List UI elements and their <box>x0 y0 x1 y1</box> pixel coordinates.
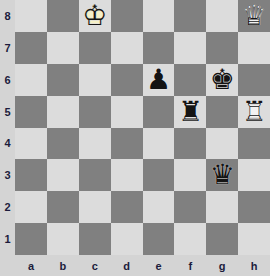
square-d1[interactable] <box>111 223 143 255</box>
square-g1[interactable] <box>206 223 238 255</box>
square-b5[interactable] <box>47 96 79 128</box>
square-e2[interactable] <box>143 191 175 223</box>
square-a3[interactable] <box>15 159 47 191</box>
file-label-e: e <box>143 255 175 276</box>
square-h5[interactable]: ♜♖ <box>238 96 270 128</box>
square-h6[interactable] <box>238 64 270 96</box>
black-king-glyph: ♚ <box>210 66 235 94</box>
rank-label-1: 1 <box>0 223 15 255</box>
square-c8[interactable]: ♚♔ <box>79 0 111 32</box>
square-f2[interactable] <box>174 191 206 223</box>
square-f8[interactable] <box>174 0 206 32</box>
chess-diagram: 87654321 ♚♔♛♕♟♚♜♜♖♛ abcdefgh <box>0 0 270 276</box>
square-e1[interactable] <box>143 223 175 255</box>
square-h8[interactable]: ♛♕ <box>238 0 270 32</box>
square-c4[interactable] <box>79 128 111 160</box>
piece-white-rook-h5[interactable]: ♜♖ <box>238 96 270 128</box>
square-g6[interactable]: ♚ <box>206 64 238 96</box>
square-c2[interactable] <box>79 191 111 223</box>
square-d6[interactable] <box>111 64 143 96</box>
square-f4[interactable] <box>174 128 206 160</box>
square-f6[interactable] <box>174 64 206 96</box>
piece-white-queen-h8[interactable]: ♛♕ <box>238 0 270 32</box>
square-g3[interactable]: ♛ <box>206 159 238 191</box>
square-c7[interactable] <box>79 32 111 64</box>
rank-label-7: 7 <box>0 32 15 64</box>
square-a2[interactable] <box>15 191 47 223</box>
square-h7[interactable] <box>238 32 270 64</box>
square-g5[interactable] <box>206 96 238 128</box>
square-h2[interactable] <box>238 191 270 223</box>
square-e4[interactable] <box>143 128 175 160</box>
rank-label-5: 5 <box>0 96 15 128</box>
rank-label-3: 3 <box>0 159 15 191</box>
square-f7[interactable] <box>174 32 206 64</box>
file-labels: abcdefgh <box>15 255 270 276</box>
square-b6[interactable] <box>47 64 79 96</box>
square-e3[interactable] <box>143 159 175 191</box>
file-label-c: c <box>79 255 111 276</box>
square-d2[interactable] <box>111 191 143 223</box>
square-d3[interactable] <box>111 159 143 191</box>
file-label-g: g <box>206 255 238 276</box>
square-b7[interactable] <box>47 32 79 64</box>
black-rook-glyph: ♜ <box>178 98 203 126</box>
square-d5[interactable] <box>111 96 143 128</box>
black-queen-glyph: ♛ <box>210 161 235 189</box>
square-a8[interactable] <box>15 0 47 32</box>
square-f5[interactable]: ♜ <box>174 96 206 128</box>
square-e8[interactable] <box>143 0 175 32</box>
square-b2[interactable] <box>47 191 79 223</box>
file-label-f: f <box>174 255 206 276</box>
file-label-b: b <box>47 255 79 276</box>
square-b8[interactable] <box>47 0 79 32</box>
square-d8[interactable] <box>111 0 143 32</box>
square-b4[interactable] <box>47 128 79 160</box>
square-c1[interactable] <box>79 223 111 255</box>
piece-black-pawn-e6[interactable]: ♟ <box>143 64 175 96</box>
square-e7[interactable] <box>143 32 175 64</box>
square-d4[interactable] <box>111 128 143 160</box>
rank-label-8: 8 <box>0 0 15 32</box>
square-c5[interactable] <box>79 96 111 128</box>
square-a7[interactable] <box>15 32 47 64</box>
rank-label-2: 2 <box>0 191 15 223</box>
square-e6[interactable]: ♟ <box>143 64 175 96</box>
file-label-d: d <box>111 255 143 276</box>
square-g2[interactable] <box>206 191 238 223</box>
white-queen-glyph: ♕ <box>242 2 267 30</box>
square-g7[interactable] <box>206 32 238 64</box>
square-e5[interactable] <box>143 96 175 128</box>
rank-labels: 87654321 <box>0 0 15 255</box>
file-label-a: a <box>15 255 47 276</box>
rank-label-4: 4 <box>0 128 15 160</box>
square-h3[interactable] <box>238 159 270 191</box>
square-f3[interactable] <box>174 159 206 191</box>
board: ♚♔♛♕♟♚♜♜♖♛ <box>15 0 270 255</box>
file-label-h: h <box>238 255 270 276</box>
square-c3[interactable] <box>79 159 111 191</box>
square-h4[interactable] <box>238 128 270 160</box>
piece-black-rook-f5[interactable]: ♜ <box>174 96 206 128</box>
square-a1[interactable] <box>15 223 47 255</box>
piece-black-queen-g3[interactable]: ♛ <box>206 159 238 191</box>
square-a4[interactable] <box>15 128 47 160</box>
rank-label-6: 6 <box>0 64 15 96</box>
piece-white-king-c8[interactable]: ♚♔ <box>79 0 111 32</box>
black-pawn-glyph: ♟ <box>146 66 171 94</box>
white-king-glyph: ♔ <box>82 2 107 30</box>
square-g8[interactable] <box>206 0 238 32</box>
square-a6[interactable] <box>15 64 47 96</box>
square-a5[interactable] <box>15 96 47 128</box>
square-d7[interactable] <box>111 32 143 64</box>
square-h1[interactable] <box>238 223 270 255</box>
square-g4[interactable] <box>206 128 238 160</box>
square-f1[interactable] <box>174 223 206 255</box>
piece-black-king-g6[interactable]: ♚ <box>206 64 238 96</box>
square-b3[interactable] <box>47 159 79 191</box>
square-c6[interactable] <box>79 64 111 96</box>
white-rook-glyph: ♖ <box>242 98 267 126</box>
square-b1[interactable] <box>47 223 79 255</box>
